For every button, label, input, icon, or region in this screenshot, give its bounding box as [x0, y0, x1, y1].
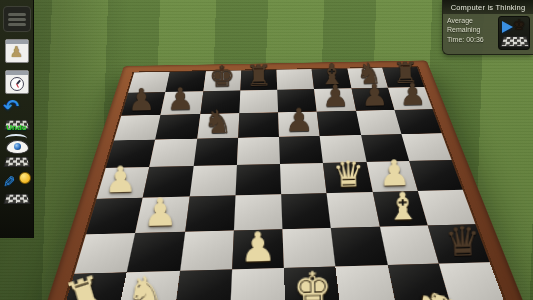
- clock-button[interactable]: [3, 70, 31, 94]
- square-c8[interactable]: ♚: [203, 70, 241, 91]
- piece-black-pawn-f7[interactable]: ♟: [316, 79, 355, 112]
- piece-white-bishop-g3[interactable]: ♝: [378, 185, 427, 226]
- square-c2[interactable]: [180, 230, 234, 271]
- square-d2[interactable]: ♟: [232, 229, 284, 269]
- time-value: 00:36: [466, 36, 484, 43]
- undo-label: Undo: [3, 123, 31, 132]
- square-c4[interactable]: [189, 165, 236, 197]
- square-d8[interactable]: ♜: [240, 70, 277, 91]
- piece-black-pawn-a7[interactable]: ♟: [122, 83, 161, 116]
- square-b5[interactable]: [150, 139, 197, 168]
- piece-white-king-e1[interactable]: ♚: [284, 264, 340, 300]
- status-panel: Computer is Thinking Average Remaining T…: [442, 0, 533, 55]
- square-f3[interactable]: [327, 192, 379, 227]
- piece-black-pawn-g7[interactable]: ♟: [354, 78, 393, 111]
- square-a3[interactable]: [86, 198, 143, 234]
- window-clock-icon: [5, 70, 29, 94]
- window-pawn-icon: ♟: [5, 39, 29, 63]
- square-c3[interactable]: [185, 196, 236, 232]
- square-a7[interactable]: ♟: [121, 92, 165, 115]
- pencil-icon: ✎: [3, 173, 16, 191]
- square-f2[interactable]: [331, 226, 387, 266]
- square-f4[interactable]: ♛: [323, 162, 372, 193]
- hamburger-menu-icon: [8, 13, 26, 16]
- square-e4[interactable]: [280, 163, 327, 194]
- menu-button[interactable]: [3, 6, 31, 32]
- square-g7[interactable]: ♟: [351, 88, 394, 111]
- piece-black-queen-h2[interactable]: ♛: [436, 219, 488, 263]
- time-label: Time:: [447, 36, 464, 43]
- square-d1[interactable]: [230, 268, 286, 300]
- edit-button[interactable]: ✎: [3, 175, 31, 205]
- smiley-icon: [19, 172, 31, 184]
- piece-black-pawn-e6[interactable]: ♟: [278, 102, 319, 137]
- computer-thinking-board-icon: ♚: [498, 16, 530, 50]
- game-window-button[interactable]: ♟: [3, 39, 31, 63]
- square-b1[interactable]: ♞: [117, 271, 179, 300]
- square-b3[interactable]: ♟: [135, 197, 189, 233]
- piece-black-king-c8[interactable]: ♚: [203, 61, 241, 92]
- square-h7[interactable]: ♟: [388, 87, 433, 110]
- square-f6[interactable]: [317, 111, 361, 136]
- square-d6[interactable]: [238, 112, 279, 137]
- average-label: Average: [447, 17, 498, 24]
- square-e3[interactable]: [281, 193, 331, 228]
- square-e5[interactable]: [279, 136, 323, 164]
- square-c5[interactable]: [193, 138, 238, 166]
- undo-button[interactable]: ↶ Undo: [3, 101, 31, 131]
- piece-white-pawn-d2[interactable]: ♟: [231, 224, 283, 269]
- board-tilt-wrapper: ♚♜♝♞♜♟♟♟♟♟♞♟♟♛♟♟♝♟♛♜♞♚♞: [35, 60, 531, 300]
- chessboard-grid[interactable]: ♚♜♝♞♜♟♟♟♟♟♞♟♟♛♟♟♝♟♛♜♞♚♞: [58, 66, 510, 300]
- board-wooden-frame: ♚♜♝♞♜♟♟♟♟♟♞♟♟♛♟♟♝♟♛♜♞♚♞: [35, 60, 531, 300]
- square-e8[interactable]: [276, 69, 314, 90]
- mini-chessboard-icon: [3, 157, 30, 167]
- piece-black-rook-d8[interactable]: ♜: [240, 60, 278, 91]
- show-button[interactable]: [3, 138, 31, 168]
- square-d7[interactable]: [239, 90, 278, 113]
- time-line: Time: 00:36: [447, 36, 498, 43]
- square-a6[interactable]: [114, 115, 161, 141]
- piece-black-knight-c6[interactable]: ♞: [197, 104, 239, 139]
- remaining-label: Remaining: [447, 26, 498, 33]
- square-g3[interactable]: ♝: [372, 191, 427, 226]
- piece-white-pawn-b3[interactable]: ♟: [136, 191, 185, 233]
- mini-chessboard-icon: [3, 194, 30, 204]
- toolbar: ♟ ↶ Undo ✎: [0, 0, 34, 238]
- square-f7[interactable]: ♟: [314, 89, 355, 112]
- piece-white-knight-b1[interactable]: ♞: [118, 268, 174, 300]
- undo-arrow-icon: ↶: [4, 95, 20, 117]
- status-title: Computer is Thinking: [443, 0, 533, 14]
- square-d4[interactable]: [235, 164, 281, 196]
- square-d5[interactable]: [237, 137, 280, 165]
- square-h6[interactable]: [394, 109, 441, 134]
- square-g1[interactable]: ♞: [387, 263, 451, 300]
- square-e6[interactable]: ♟: [278, 111, 320, 136]
- piece-white-queen-f4[interactable]: ♛: [326, 155, 372, 194]
- square-c6[interactable]: ♞: [197, 113, 239, 139]
- piece-black-pawn-b7[interactable]: ♟: [161, 82, 200, 115]
- square-c1[interactable]: [174, 269, 232, 300]
- square-h2[interactable]: ♛: [427, 224, 489, 264]
- piece-black-pawn-h7[interactable]: ♟: [393, 78, 432, 111]
- blue-arrow-icon: [502, 21, 513, 33]
- eye-board-icon: [6, 140, 29, 154]
- square-f1[interactable]: [336, 265, 397, 300]
- square-b6[interactable]: [155, 114, 200, 140]
- square-e1[interactable]: ♚: [284, 266, 341, 300]
